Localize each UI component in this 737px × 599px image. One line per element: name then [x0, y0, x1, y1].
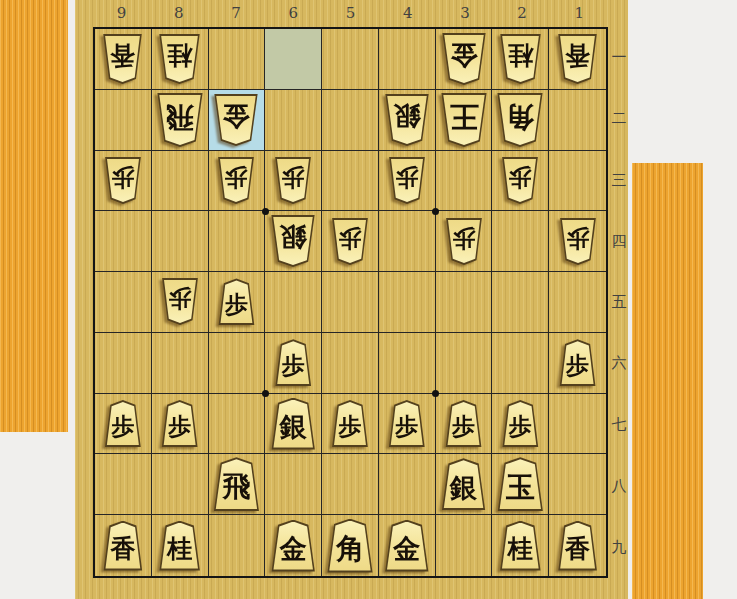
piece-gote-gold-72[interactable]: 金	[213, 94, 259, 146]
square-74[interactable]	[209, 211, 266, 272]
square-91[interactable]: 香	[95, 29, 152, 90]
square-78[interactable]: 飛	[209, 454, 266, 515]
koma-face: 金	[386, 522, 428, 570]
koma-face: 歩	[503, 402, 537, 445]
koma-face: 桂	[501, 523, 540, 569]
koma-face: 桂	[501, 36, 540, 82]
koma-face: 角	[498, 95, 542, 145]
piece-gote-gold-31[interactable]: 金	[441, 33, 487, 85]
piece-gote-silver-42[interactable]: 銀	[384, 94, 430, 146]
piece-gote-pawn-14[interactable]: 歩	[559, 218, 597, 265]
square-68[interactable]	[265, 454, 322, 515]
piece-sente-lance-99[interactable]: 香	[102, 521, 143, 571]
square-72[interactable]: 金	[209, 90, 266, 151]
square-51[interactable]	[322, 29, 379, 90]
piece-gote-knight-21[interactable]: 桂	[499, 34, 542, 84]
koma-shape: 歩	[559, 339, 597, 386]
koma-kanji: 歩	[225, 166, 248, 189]
koma-face: 歩	[219, 280, 253, 323]
koma-shape: 歩	[274, 157, 312, 204]
square-58[interactable]	[322, 454, 379, 515]
koma-shape: 桂	[499, 34, 542, 84]
square-95[interactable]	[95, 272, 152, 333]
square-62[interactable]	[265, 90, 322, 151]
square-46[interactable]	[379, 333, 436, 394]
koma-shape: 歩	[161, 400, 199, 447]
square-16[interactable]: 歩	[549, 333, 606, 394]
piece-gote-silver-64[interactable]: 銀	[270, 215, 316, 267]
rank-label-6: 六	[607, 333, 631, 394]
koma-kanji: 歩	[168, 287, 191, 310]
koma-kanji: 角	[336, 535, 364, 563]
piece-gote-pawn-54[interactable]: 歩	[331, 218, 369, 265]
square-81[interactable]: 桂	[152, 29, 209, 90]
koma-face: 香	[104, 36, 141, 82]
koma-kanji: 桂	[167, 536, 192, 561]
koma-shape: 桂	[499, 521, 542, 571]
square-34[interactable]: 歩	[436, 211, 493, 272]
square-53[interactable]	[322, 151, 379, 212]
koma-face: 金	[443, 35, 485, 83]
piece-gote-rook-82[interactable]: 飛	[156, 93, 204, 147]
koma-shape: 玉	[496, 457, 544, 511]
koma-shape: 銀	[441, 458, 487, 510]
square-73[interactable]: 歩	[209, 151, 266, 212]
rank-label-9: 九	[607, 517, 631, 578]
koma-kanji: 歩	[452, 415, 475, 438]
koma-kanji: 歩	[168, 415, 191, 438]
square-63[interactable]: 歩	[265, 151, 322, 212]
square-65[interactable]	[265, 272, 322, 333]
koma-shape: 歩	[161, 278, 199, 325]
piece-sente-pawn-27[interactable]: 歩	[501, 400, 539, 447]
piece-sente-knight-29[interactable]: 桂	[499, 521, 542, 571]
koma-face: 金	[215, 96, 257, 144]
koma-kanji: 金	[450, 42, 477, 69]
square-94[interactable]	[95, 211, 152, 272]
koma-face: 香	[559, 36, 596, 82]
square-57[interactable]: 歩	[322, 394, 379, 455]
koma-face: 歩	[447, 402, 481, 445]
koma-face: 桂	[160, 36, 199, 82]
square-15[interactable]	[549, 272, 606, 333]
koma-shape: 香	[557, 521, 598, 571]
koma-kanji: 歩	[225, 293, 248, 316]
square-97[interactable]: 歩	[95, 394, 152, 455]
square-25[interactable]	[492, 272, 549, 333]
piece-gote-pawn-34[interactable]: 歩	[445, 218, 483, 265]
square-42[interactable]: 銀	[379, 90, 436, 151]
square-75[interactable]: 歩	[209, 272, 266, 333]
square-92[interactable]	[95, 90, 152, 151]
piece-gote-king-32[interactable]: 王	[440, 93, 488, 147]
piece-gote-pawn-93[interactable]: 歩	[104, 157, 142, 204]
square-52[interactable]	[322, 90, 379, 151]
square-88[interactable]	[152, 454, 209, 515]
rank-label-3: 三	[607, 149, 631, 210]
square-28[interactable]: 玉	[492, 454, 549, 515]
rank-label-1: 一	[607, 27, 631, 88]
koma-shape: 歩	[559, 218, 597, 265]
koma-shape: 桂	[158, 34, 201, 84]
koma-face: 歩	[219, 159, 253, 202]
koma-kanji: 桂	[508, 536, 533, 561]
square-32[interactable]: 王	[436, 90, 493, 151]
square-48[interactable]	[379, 454, 436, 515]
square-83[interactable]	[152, 151, 209, 212]
file-label-9: 9	[93, 3, 150, 23]
koma-kanji: 飛	[166, 103, 194, 131]
square-29[interactable]: 桂	[492, 515, 549, 576]
piece-sente-gold-49[interactable]: 金	[384, 520, 430, 572]
file-label-7: 7	[207, 3, 264, 23]
koma-shape: 角	[496, 93, 544, 147]
square-61[interactable]	[265, 29, 322, 90]
square-38[interactable]: 銀	[436, 454, 493, 515]
koma-shape: 銀	[384, 94, 430, 146]
koma-face: 歩	[106, 159, 140, 202]
square-76[interactable]	[209, 333, 266, 394]
koma-shape: 飛	[156, 93, 204, 147]
piece-gote-pawn-43[interactable]: 歩	[388, 157, 426, 204]
koma-face: 桂	[160, 523, 199, 569]
koma-kanji: 銀	[393, 103, 420, 130]
koma-kanji: 銀	[280, 225, 307, 252]
square-23[interactable]: 歩	[492, 151, 549, 212]
piece-sente-pawn-66[interactable]: 歩	[274, 339, 312, 386]
koma-kanji: 王	[449, 102, 478, 131]
koma-kanji: 桂	[167, 43, 192, 68]
koma-kanji: 角	[506, 103, 534, 131]
koma-kanji: 金	[280, 535, 307, 562]
koma-kanji: 歩	[282, 354, 305, 377]
piece-sente-pawn-57[interactable]: 歩	[331, 400, 369, 447]
koma-face: 玉	[498, 459, 542, 509]
koma-shape: 香	[557, 34, 598, 84]
koma-face: 歩	[561, 220, 595, 263]
piece-gote-bishop-22[interactable]: 角	[496, 93, 544, 147]
koma-shape: 金	[270, 520, 316, 572]
square-67[interactable]: 銀	[265, 394, 322, 455]
koma-face: 歩	[503, 159, 537, 202]
file-label-3: 3	[436, 3, 493, 23]
square-87[interactable]: 歩	[152, 394, 209, 455]
koma-kanji: 歩	[338, 227, 361, 250]
koma-kanji: 歩	[395, 166, 418, 189]
piece-gote-lance-11[interactable]: 香	[557, 34, 598, 84]
rank-label-5: 五	[607, 272, 631, 333]
koma-kanji: 歩	[452, 227, 475, 250]
koma-face: 歩	[561, 341, 595, 384]
piece-sente-silver-38[interactable]: 銀	[441, 458, 487, 510]
star-point-2	[432, 208, 439, 215]
koma-kanji: 香	[110, 43, 135, 68]
rank-labels: 一二三四五六七八九	[607, 27, 631, 578]
square-26[interactable]	[492, 333, 549, 394]
koma-face: 銀	[386, 96, 428, 144]
koma-shape: 金	[441, 33, 487, 85]
koma-kanji: 金	[223, 103, 250, 130]
koma-face: 歩	[447, 220, 481, 263]
square-98[interactable]	[95, 454, 152, 515]
koma-shape: 歩	[331, 400, 369, 447]
koma-kanji: 歩	[111, 166, 134, 189]
square-22[interactable]: 角	[492, 90, 549, 151]
koma-face: 歩	[333, 220, 367, 263]
square-31[interactable]: 金	[436, 29, 493, 90]
square-99[interactable]: 香	[95, 515, 152, 576]
square-49[interactable]: 金	[379, 515, 436, 576]
koma-face: 歩	[390, 159, 424, 202]
koma-shape: 歩	[217, 278, 255, 325]
square-13[interactable]	[549, 151, 606, 212]
koma-shape: 歩	[445, 218, 483, 265]
square-85[interactable]: 歩	[152, 272, 209, 333]
square-64[interactable]: 銀	[265, 211, 322, 272]
koma-face: 角	[328, 521, 372, 571]
koma-kanji: 歩	[338, 415, 361, 438]
koma-kanji: 香	[110, 536, 135, 561]
file-labels: 987654321	[93, 3, 608, 23]
koma-shape: 歩	[104, 400, 142, 447]
piece-gote-pawn-63[interactable]: 歩	[274, 157, 312, 204]
square-54[interactable]: 歩	[322, 211, 379, 272]
koma-shape: 王	[440, 93, 488, 147]
piece-gote-pawn-73[interactable]: 歩	[217, 157, 255, 204]
piece-sente-pawn-16[interactable]: 歩	[559, 339, 597, 386]
koma-kanji: 歩	[395, 415, 418, 438]
koma-shape: 飛	[212, 457, 260, 511]
koma-face: 歩	[333, 402, 367, 445]
square-33[interactable]	[436, 151, 493, 212]
square-86[interactable]	[152, 333, 209, 394]
square-84[interactable]	[152, 211, 209, 272]
shogi-board: 香桂金桂香飛金銀王角歩歩歩歩歩銀歩歩歩歩歩歩歩歩歩銀歩歩歩歩飛銀玉香桂金角金桂香	[93, 27, 608, 578]
koma-shape: 歩	[331, 218, 369, 265]
koma-face: 歩	[276, 159, 310, 202]
koma-kanji: 玉	[506, 473, 535, 502]
piece-sente-pawn-75[interactable]: 歩	[217, 278, 255, 325]
left-piece-stand	[0, 0, 68, 432]
square-47[interactable]: 歩	[379, 394, 436, 455]
rank-label-7: 七	[607, 394, 631, 455]
koma-shape: 香	[102, 34, 143, 84]
rank-label-4: 四	[607, 211, 631, 272]
star-point-1	[262, 208, 269, 215]
piece-sente-pawn-37[interactable]: 歩	[445, 400, 483, 447]
koma-face: 香	[559, 523, 596, 569]
square-17[interactable]	[549, 394, 606, 455]
square-41[interactable]	[379, 29, 436, 90]
koma-face: 歩	[390, 402, 424, 445]
file-label-2: 2	[494, 3, 551, 23]
koma-kanji: 桂	[508, 43, 533, 68]
square-44[interactable]	[379, 211, 436, 272]
koma-shape: 香	[102, 521, 143, 571]
koma-face: 飛	[158, 95, 202, 145]
piece-gote-knight-81[interactable]: 桂	[158, 34, 201, 84]
rank-label-8: 八	[607, 456, 631, 517]
koma-kanji: 歩	[282, 166, 305, 189]
koma-shape: 銀	[270, 398, 316, 450]
square-77[interactable]	[209, 394, 266, 455]
koma-face: 銀	[272, 217, 314, 265]
piece-sente-rook-78[interactable]: 飛	[212, 457, 260, 511]
shogi-app: { "game": "shogi", "position": { "sfen":…	[0, 0, 737, 599]
koma-shape: 歩	[445, 400, 483, 447]
square-56[interactable]	[322, 333, 379, 394]
piece-sente-silver-67[interactable]: 銀	[270, 398, 316, 450]
koma-shape: 歩	[501, 400, 539, 447]
koma-face: 歩	[106, 402, 140, 445]
koma-shape: 桂	[158, 521, 201, 571]
koma-kanji: 歩	[566, 354, 589, 377]
square-69[interactable]: 金	[265, 515, 322, 576]
square-12[interactable]	[549, 90, 606, 151]
koma-kanji: 歩	[509, 166, 532, 189]
piece-sente-pawn-87[interactable]: 歩	[161, 400, 199, 447]
square-37[interactable]: 歩	[436, 394, 493, 455]
koma-kanji: 歩	[566, 227, 589, 250]
koma-shape: 角	[326, 519, 374, 573]
right-piece-stand	[632, 163, 703, 599]
piece-sente-king-28[interactable]: 玉	[496, 457, 544, 511]
koma-shape: 歩	[388, 157, 426, 204]
koma-kanji: 銀	[280, 413, 307, 440]
koma-shape: 歩	[274, 339, 312, 386]
piece-gote-pawn-23[interactable]: 歩	[501, 157, 539, 204]
square-55[interactable]	[322, 272, 379, 333]
piece-sente-bishop-59[interactable]: 角	[326, 519, 374, 573]
koma-face: 銀	[443, 460, 485, 508]
koma-face: 歩	[163, 402, 197, 445]
koma-shape: 金	[213, 94, 259, 146]
square-11[interactable]: 香	[549, 29, 606, 90]
koma-shape: 金	[384, 520, 430, 572]
koma-shape: 歩	[501, 157, 539, 204]
square-89[interactable]: 桂	[152, 515, 209, 576]
file-label-6: 6	[265, 3, 322, 23]
koma-shape: 歩	[388, 400, 426, 447]
square-93[interactable]: 歩	[95, 151, 152, 212]
piece-gote-pawn-85[interactable]: 歩	[161, 278, 199, 325]
square-39[interactable]	[436, 515, 493, 576]
piece-gote-lance-91[interactable]: 香	[102, 34, 143, 84]
koma-face: 歩	[163, 280, 197, 323]
square-43[interactable]: 歩	[379, 151, 436, 212]
square-24[interactable]	[492, 211, 549, 272]
square-36[interactable]	[436, 333, 493, 394]
koma-kanji: 歩	[111, 415, 134, 438]
square-27[interactable]: 歩	[492, 394, 549, 455]
koma-shape: 銀	[270, 215, 316, 267]
square-18[interactable]	[549, 454, 606, 515]
piece-sente-knight-89[interactable]: 桂	[158, 521, 201, 571]
piece-sente-gold-69[interactable]: 金	[270, 520, 316, 572]
koma-kanji: 香	[565, 43, 590, 68]
square-82[interactable]: 飛	[152, 90, 209, 151]
square-96[interactable]	[95, 333, 152, 394]
square-21[interactable]: 桂	[492, 29, 549, 90]
koma-kanji: 香	[565, 536, 590, 561]
square-79[interactable]	[209, 515, 266, 576]
square-35[interactable]	[436, 272, 493, 333]
piece-sente-pawn-47[interactable]: 歩	[388, 400, 426, 447]
koma-face: 飛	[214, 459, 258, 509]
square-19[interactable]: 香	[549, 515, 606, 576]
koma-kanji: 金	[393, 535, 420, 562]
piece-sente-lance-19[interactable]: 香	[557, 521, 598, 571]
rank-label-2: 二	[607, 88, 631, 149]
square-59[interactable]: 角	[322, 515, 379, 576]
koma-face: 金	[272, 522, 314, 570]
file-label-8: 8	[150, 3, 207, 23]
file-label-1: 1	[551, 3, 608, 23]
koma-kanji: 歩	[509, 415, 532, 438]
koma-face: 王	[442, 95, 486, 145]
piece-sente-pawn-97[interactable]: 歩	[104, 400, 142, 447]
square-45[interactable]	[379, 272, 436, 333]
koma-face: 銀	[272, 400, 314, 448]
square-14[interactable]: 歩	[549, 211, 606, 272]
square-71[interactable]	[209, 29, 266, 90]
koma-face: 香	[104, 523, 141, 569]
koma-face: 歩	[276, 341, 310, 384]
koma-kanji: 銀	[450, 474, 477, 501]
file-label-5: 5	[322, 3, 379, 23]
koma-shape: 歩	[217, 157, 255, 204]
koma-shape: 歩	[104, 157, 142, 204]
koma-kanji: 飛	[222, 473, 250, 501]
file-label-4: 4	[379, 3, 436, 23]
star-point-3	[262, 390, 269, 397]
square-66[interactable]: 歩	[265, 333, 322, 394]
